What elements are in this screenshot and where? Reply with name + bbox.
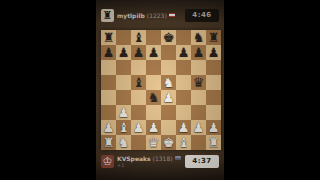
square-c5[interactable]: ♝ bbox=[131, 75, 146, 90]
square-b2[interactable]: ♝ bbox=[116, 120, 131, 135]
black-b-piece: ♝ bbox=[133, 75, 145, 90]
opponent-player-bar: ♜ mytlpilb (1223) 4:46 bbox=[101, 7, 219, 23]
square-h2[interactable]: ♟ bbox=[206, 120, 221, 135]
black-p-piece: ♟ bbox=[178, 45, 190, 60]
square-h1[interactable]: ♜ bbox=[206, 135, 221, 150]
square-d2[interactable]: ♟ bbox=[146, 120, 161, 135]
white-p-piece: ♟ bbox=[208, 120, 220, 135]
square-a1[interactable]: ♜ bbox=[101, 135, 116, 150]
chess-board[interactable]: ♜♝♚♞♜♟♟♟♟♟♟♟♝♞♛♞♟♟♟♝♟♟♟♟♟♜♞♛♚♝♜ bbox=[101, 30, 221, 150]
square-a7[interactable]: ♟ bbox=[101, 45, 116, 60]
square-e2[interactable] bbox=[161, 120, 176, 135]
square-d7[interactable]: ♟ bbox=[146, 45, 161, 60]
player-avatar[interactable]: ♔ bbox=[101, 155, 114, 168]
square-h8[interactable]: ♜ bbox=[206, 30, 221, 45]
square-e5[interactable]: ♞ bbox=[161, 75, 176, 90]
square-f6[interactable] bbox=[176, 60, 191, 75]
square-a4[interactable] bbox=[101, 90, 116, 105]
square-h7[interactable]: ♟ bbox=[206, 45, 221, 60]
black-p-piece: ♟ bbox=[193, 45, 205, 60]
square-d3[interactable] bbox=[146, 105, 161, 120]
white-n-piece: ♞ bbox=[118, 135, 130, 150]
chess-app-screen: ♜ mytlpilb (1223) 4:46 ♜♝♚♞♜♟♟♟♟♟♟♟♝♞♛♞♟… bbox=[96, 0, 224, 180]
black-n-piece: ♞ bbox=[148, 90, 160, 105]
square-b3[interactable]: ♟ bbox=[116, 105, 131, 120]
black-r-piece: ♜ bbox=[103, 30, 115, 45]
square-e1[interactable]: ♚ bbox=[161, 135, 176, 150]
player-bar: ♔ KVSpeaks (1318) +1 4:37 bbox=[101, 153, 219, 169]
square-b4[interactable] bbox=[116, 90, 131, 105]
square-c8[interactable]: ♝ bbox=[131, 30, 146, 45]
square-h3[interactable] bbox=[206, 105, 221, 120]
player-username[interactable]: KVSpeaks bbox=[117, 155, 151, 162]
white-p-piece: ♟ bbox=[193, 120, 205, 135]
white-p-piece: ♟ bbox=[163, 90, 175, 105]
square-a6[interactable] bbox=[101, 60, 116, 75]
black-p-piece: ♟ bbox=[133, 45, 145, 60]
square-c1[interactable] bbox=[131, 135, 146, 150]
square-h5[interactable] bbox=[206, 75, 221, 90]
black-p-piece: ♟ bbox=[118, 45, 130, 60]
white-p-piece: ♟ bbox=[148, 120, 160, 135]
square-d5[interactable] bbox=[146, 75, 161, 90]
square-c7[interactable]: ♟ bbox=[131, 45, 146, 60]
square-f2[interactable]: ♟ bbox=[176, 120, 191, 135]
opponent-clock: 4:46 bbox=[185, 9, 219, 22]
square-f8[interactable] bbox=[176, 30, 191, 45]
square-a3[interactable] bbox=[101, 105, 116, 120]
square-f7[interactable]: ♟ bbox=[176, 45, 191, 60]
square-g1[interactable] bbox=[191, 135, 206, 150]
square-a5[interactable] bbox=[101, 75, 116, 90]
square-d8[interactable] bbox=[146, 30, 161, 45]
white-p-piece: ♟ bbox=[178, 120, 190, 135]
black-b-piece: ♝ bbox=[133, 30, 145, 45]
white-q-piece: ♛ bbox=[148, 135, 160, 150]
opponent-rating: (1223) bbox=[147, 12, 167, 19]
square-g7[interactable]: ♟ bbox=[191, 45, 206, 60]
white-r-piece: ♜ bbox=[103, 135, 115, 150]
black-p-piece: ♟ bbox=[208, 45, 220, 60]
player-clock-active: 4:37 bbox=[185, 155, 219, 168]
square-b8[interactable] bbox=[116, 30, 131, 45]
white-p-piece: ♟ bbox=[103, 120, 115, 135]
square-f4[interactable] bbox=[176, 90, 191, 105]
square-a8[interactable]: ♜ bbox=[101, 30, 116, 45]
square-e7[interactable] bbox=[161, 45, 176, 60]
white-p-piece: ♟ bbox=[118, 105, 130, 120]
black-p-piece: ♟ bbox=[103, 45, 115, 60]
square-e4[interactable]: ♟ bbox=[161, 90, 176, 105]
player-subtext: +1 bbox=[117, 162, 182, 168]
square-g4[interactable] bbox=[191, 90, 206, 105]
black-k-piece: ♚ bbox=[163, 30, 175, 45]
square-b6[interactable] bbox=[116, 60, 131, 75]
black-p-piece: ♟ bbox=[148, 45, 160, 60]
square-e3[interactable] bbox=[161, 105, 176, 120]
square-b7[interactable]: ♟ bbox=[116, 45, 131, 60]
square-h4[interactable] bbox=[206, 90, 221, 105]
white-b-piece: ♝ bbox=[178, 135, 190, 150]
white-b-piece: ♝ bbox=[118, 120, 130, 135]
square-d6[interactable] bbox=[146, 60, 161, 75]
white-p-piece: ♟ bbox=[133, 120, 145, 135]
square-b1[interactable]: ♞ bbox=[116, 135, 131, 150]
square-d1[interactable]: ♛ bbox=[146, 135, 161, 150]
white-r-piece: ♜ bbox=[208, 135, 220, 150]
black-r-piece: ♜ bbox=[208, 30, 220, 45]
square-a2[interactable]: ♟ bbox=[101, 120, 116, 135]
black-n-piece: ♞ bbox=[193, 30, 205, 45]
video-frame: ♜ mytlpilb (1223) 4:46 ♜♝♚♞♜♟♟♟♟♟♟♟♝♞♛♞♟… bbox=[0, 0, 320, 180]
square-f1[interactable]: ♝ bbox=[176, 135, 191, 150]
square-g2[interactable]: ♟ bbox=[191, 120, 206, 135]
square-h6[interactable] bbox=[206, 60, 221, 75]
opponent-flag-icon bbox=[169, 13, 175, 17]
square-c3[interactable] bbox=[131, 105, 146, 120]
opponent-username[interactable]: mytlpilb bbox=[117, 12, 145, 19]
square-b5[interactable] bbox=[116, 75, 131, 90]
square-g3[interactable] bbox=[191, 105, 206, 120]
player-rating: (1318) bbox=[153, 155, 173, 162]
square-c4[interactable] bbox=[131, 90, 146, 105]
square-d4[interactable]: ♞ bbox=[146, 90, 161, 105]
player-flag-icon bbox=[175, 156, 181, 160]
square-f5[interactable] bbox=[176, 75, 191, 90]
square-g6[interactable] bbox=[191, 60, 206, 75]
black-q-piece: ♛ bbox=[193, 75, 205, 90]
square-e6[interactable] bbox=[161, 60, 176, 75]
opponent-avatar[interactable]: ♜ bbox=[101, 9, 114, 22]
white-n-piece: ♞ bbox=[163, 75, 175, 90]
square-c6[interactable] bbox=[131, 60, 146, 75]
square-g5[interactable]: ♛ bbox=[191, 75, 206, 90]
square-e8[interactable]: ♚ bbox=[161, 30, 176, 45]
square-g8[interactable]: ♞ bbox=[191, 30, 206, 45]
square-c2[interactable]: ♟ bbox=[131, 120, 146, 135]
square-f3[interactable] bbox=[176, 105, 191, 120]
white-k-piece: ♚ bbox=[163, 135, 175, 150]
